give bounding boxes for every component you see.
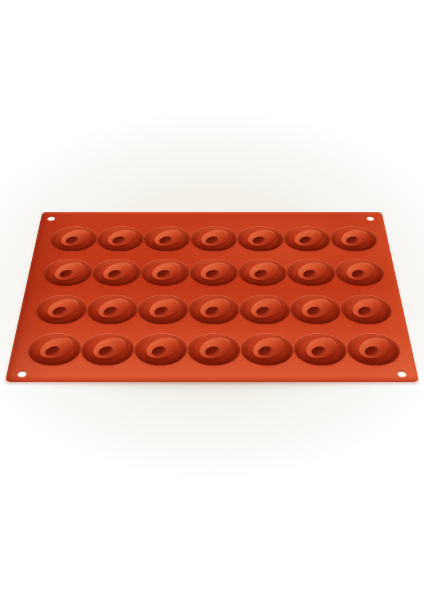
- cavity-r4c5: [240, 334, 294, 365]
- cavity-island: [348, 296, 386, 321]
- cavity-island: [151, 228, 185, 249]
- cavity-island: [247, 296, 284, 321]
- cavity-r3c1: [34, 295, 89, 324]
- cavity-island: [246, 260, 282, 283]
- cavity-island-hole: [204, 235, 220, 245]
- cavity-island-hole: [155, 268, 171, 279]
- cavity-island-hole: [298, 235, 314, 245]
- cavity-island-hole: [150, 345, 168, 358]
- cavity-island: [146, 296, 183, 321]
- cavity-island: [105, 228, 138, 249]
- cavity-r3c4: [189, 295, 240, 324]
- cavity-island-hole: [153, 305, 170, 317]
- cavity-island-hole: [204, 268, 221, 279]
- cavity-island-hole: [203, 345, 221, 358]
- cavity-island-hole: [44, 345, 62, 358]
- cavity-r2c2: [91, 259, 142, 285]
- cavity-island: [196, 335, 235, 362]
- cavity-r4c4: [187, 334, 240, 365]
- cavity-island: [52, 260, 86, 283]
- cavity-island: [294, 260, 330, 283]
- cavity-island: [291, 228, 325, 249]
- cavity-r2c1: [41, 259, 93, 285]
- cavity-island-hole: [350, 268, 367, 279]
- cavity-island: [298, 296, 336, 321]
- cavity-island: [355, 335, 395, 362]
- cavity-r4c1: [25, 334, 83, 365]
- cavity-island-hole: [256, 345, 274, 358]
- cavity-island: [143, 335, 181, 362]
- cavity-island-hole: [252, 268, 269, 279]
- cavity-r3c2: [85, 295, 138, 324]
- product-photo: [0, 0, 424, 600]
- cavity-island: [197, 296, 234, 321]
- cavity-r3c7: [339, 295, 394, 324]
- cavity-r2c5: [238, 259, 287, 285]
- cavity-r1c6: [283, 227, 332, 251]
- cavity-r2c7: [334, 259, 386, 285]
- cavity-r2c3: [140, 259, 189, 285]
- cavity-island: [149, 260, 184, 283]
- cavity-island-hole: [58, 268, 74, 279]
- cavity-island-hole: [309, 345, 328, 358]
- cavity-island-hole: [97, 345, 115, 358]
- cavity-r3c3: [137, 295, 188, 324]
- cavity-island: [249, 335, 288, 362]
- cavity-island: [197, 260, 232, 283]
- cavity-island: [45, 296, 81, 321]
- cavity-r1c2: [96, 227, 145, 251]
- cavity-r2c4: [190, 259, 238, 285]
- cavity-r4c2: [79, 334, 135, 365]
- cavity-r3c5: [239, 295, 291, 324]
- cavity-island-hole: [102, 305, 119, 317]
- cavity-island: [59, 228, 92, 249]
- corner-hole-top-right: [366, 217, 374, 221]
- cavity-island-hole: [107, 268, 123, 279]
- cavity-island: [96, 296, 132, 321]
- corner-hole-bottom-right: [397, 371, 407, 377]
- cavity-island-hole: [251, 235, 267, 245]
- cavity-island-hole: [356, 305, 374, 317]
- cavity-island-hole: [51, 305, 68, 317]
- cavity-island: [90, 335, 128, 362]
- cavity-island: [101, 260, 136, 283]
- cavity-island-hole: [301, 268, 318, 279]
- cavity-r4c3: [133, 334, 187, 365]
- cavity-island: [343, 260, 379, 283]
- corner-hole-top-left: [47, 217, 55, 221]
- cavity-island: [37, 335, 75, 362]
- cavity-r1c5: [237, 227, 284, 251]
- cavity-r4c6: [293, 334, 349, 365]
- cavity-r3c6: [289, 295, 342, 324]
- cavity-island: [337, 228, 372, 249]
- cavity-island: [244, 228, 278, 249]
- cavity-r1c1: [48, 227, 98, 251]
- cavity-island-hole: [158, 235, 174, 245]
- cavity-r1c7: [329, 227, 379, 251]
- corner-hole-bottom-left: [17, 371, 27, 377]
- silicone-mold: [5, 212, 419, 382]
- cavity-island-hole: [362, 345, 381, 358]
- cavity-island-hole: [111, 235, 127, 245]
- cavity-island: [198, 228, 232, 249]
- cavity-r1c4: [190, 227, 237, 251]
- cavity-island-hole: [64, 235, 79, 245]
- cavity-island-hole: [204, 305, 221, 317]
- cavity-r2c6: [286, 259, 337, 285]
- cavity-island-hole: [305, 305, 323, 317]
- cavity-r4c7: [345, 334, 403, 365]
- cavity-island-hole: [254, 305, 272, 317]
- cavity-r1c3: [143, 227, 190, 251]
- cavity-island: [302, 335, 341, 362]
- cavity-island-hole: [344, 235, 360, 245]
